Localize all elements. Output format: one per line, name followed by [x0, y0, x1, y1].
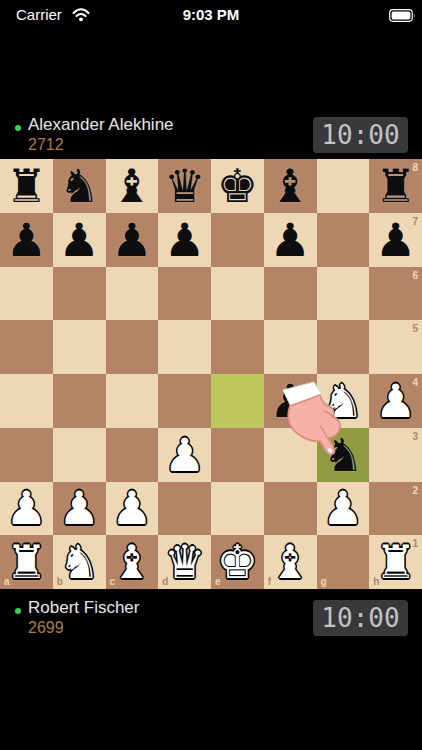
rank-label-6: 6 — [412, 270, 418, 281]
file-label-g: g — [321, 576, 327, 587]
square-a2[interactable]: ♟ — [0, 482, 53, 536]
piece-black-rook[interactable]: ♜ — [6, 163, 47, 209]
square-d2[interactable] — [158, 482, 211, 536]
piece-white-rook[interactable]: ♜ — [6, 539, 47, 585]
rank-label-8: 8 — [412, 162, 418, 173]
piece-white-rook[interactable]: ♜ — [375, 539, 416, 585]
piece-white-pawn[interactable]: ♟ — [111, 485, 152, 531]
square-d1[interactable]: ♛d — [158, 535, 211, 589]
rank-label-3: 3 — [412, 431, 418, 442]
piece-white-pawn[interactable]: ♟ — [6, 485, 47, 531]
square-f6[interactable] — [264, 267, 317, 321]
square-b7[interactable]: ♟ — [53, 213, 106, 267]
rank-label-1: 1 — [412, 538, 418, 549]
player-top-status-dot — [15, 125, 21, 131]
square-f7[interactable]: ♟ — [264, 213, 317, 267]
square-c5[interactable] — [106, 320, 159, 374]
file-label-e: e — [215, 576, 221, 587]
square-g1[interactable]: g — [317, 535, 370, 589]
piece-black-bishop[interactable]: ♝ — [270, 163, 311, 209]
piece-white-pawn[interactable]: ♟ — [322, 485, 363, 531]
square-d6[interactable] — [158, 267, 211, 321]
square-g3[interactable]: ♞ — [317, 428, 370, 482]
piece-black-rook[interactable]: ♜ — [375, 163, 416, 209]
square-h5[interactable]: 5 — [369, 320, 422, 374]
square-c2[interactable]: ♟ — [106, 482, 159, 536]
file-label-c: c — [110, 576, 116, 587]
piece-black-pawn[interactable]: ♟ — [270, 378, 311, 424]
piece-white-pawn[interactable]: ♟ — [375, 378, 416, 424]
piece-black-pawn[interactable]: ♟ — [111, 217, 152, 263]
square-e1[interactable]: ♚e — [211, 535, 264, 589]
square-e5[interactable] — [211, 320, 264, 374]
player-top-name: Alexander Alekhine — [28, 115, 174, 135]
square-f3[interactable] — [264, 428, 317, 482]
status-time: 9:03 PM — [0, 6, 422, 23]
square-h6[interactable]: 6 — [369, 267, 422, 321]
square-a5[interactable] — [0, 320, 53, 374]
square-e8[interactable]: ♚ — [211, 159, 264, 213]
piece-black-king[interactable]: ♚ — [217, 163, 258, 209]
player-bottom-rating: 2699 — [28, 619, 64, 637]
player-bottom: Robert Fischer 2699 10:00 — [0, 595, 422, 643]
piece-white-queen[interactable]: ♛ — [164, 539, 205, 585]
square-e3[interactable] — [211, 428, 264, 482]
square-f8[interactable]: ♝ — [264, 159, 317, 213]
square-g7[interactable] — [317, 213, 370, 267]
rank-label-2: 2 — [412, 485, 418, 496]
rank-label-4: 4 — [412, 377, 418, 388]
piece-black-pawn[interactable]: ♟ — [6, 217, 47, 263]
square-g5[interactable] — [317, 320, 370, 374]
square-d8[interactable]: ♛ — [158, 159, 211, 213]
square-c7[interactable]: ♟ — [106, 213, 159, 267]
status-bar: Carrier 9:03 PM — [0, 0, 422, 30]
square-e4[interactable] — [211, 374, 264, 428]
square-c4[interactable] — [106, 374, 159, 428]
square-d5[interactable] — [158, 320, 211, 374]
piece-white-pawn[interactable]: ♟ — [164, 432, 205, 478]
piece-white-pawn[interactable]: ♟ — [59, 485, 100, 531]
square-b2[interactable]: ♟ — [53, 482, 106, 536]
square-g8[interactable] — [317, 159, 370, 213]
player-bottom-name: Robert Fischer — [28, 598, 139, 618]
square-e7[interactable] — [211, 213, 264, 267]
rank-label-5: 5 — [412, 323, 418, 334]
file-label-b: b — [57, 576, 63, 587]
square-e2[interactable] — [211, 482, 264, 536]
square-b1[interactable]: ♞b — [53, 535, 106, 589]
square-c1[interactable]: ♝c — [106, 535, 159, 589]
piece-white-bishop[interactable]: ♝ — [111, 539, 152, 585]
piece-black-queen[interactable]: ♛ — [164, 163, 205, 209]
player-top-rating: 2712 — [28, 136, 64, 154]
piece-black-pawn[interactable]: ♟ — [375, 217, 416, 263]
piece-black-pawn[interactable]: ♟ — [270, 217, 311, 263]
piece-white-king[interactable]: ♚ — [217, 539, 258, 585]
battery-icon — [389, 8, 416, 26]
square-e6[interactable] — [211, 267, 264, 321]
square-g2[interactable]: ♟ — [317, 482, 370, 536]
piece-white-knight[interactable]: ♞ — [59, 539, 100, 585]
piece-white-bishop[interactable]: ♝ — [270, 539, 311, 585]
piece-black-knight[interactable]: ♞ — [59, 163, 100, 209]
square-h3[interactable]: 3 — [369, 428, 422, 482]
square-c6[interactable] — [106, 267, 159, 321]
square-f1[interactable]: ♝f — [264, 535, 317, 589]
square-b3[interactable] — [53, 428, 106, 482]
file-label-d: d — [162, 576, 168, 587]
file-label-f: f — [268, 576, 271, 587]
square-c3[interactable] — [106, 428, 159, 482]
piece-black-pawn[interactable]: ♟ — [164, 217, 205, 263]
square-f2[interactable] — [264, 482, 317, 536]
square-a7[interactable]: ♟ — [0, 213, 53, 267]
square-f5[interactable] — [264, 320, 317, 374]
square-g4[interactable]: ♞ — [317, 374, 370, 428]
square-a6[interactable] — [0, 267, 53, 321]
square-d4[interactable] — [158, 374, 211, 428]
file-label-a: a — [4, 576, 10, 587]
player-bottom-clock: 10:00 — [313, 600, 408, 636]
square-a3[interactable] — [0, 428, 53, 482]
file-label-h: h — [373, 576, 379, 587]
square-d7[interactable]: ♟ — [158, 213, 211, 267]
square-b5[interactable] — [53, 320, 106, 374]
square-h8[interactable]: ♜8 — [369, 159, 422, 213]
square-h2[interactable]: 2 — [369, 482, 422, 536]
player-top-clock: 10:00 — [313, 117, 408, 153]
piece-black-knight[interactable]: ♞ — [322, 432, 363, 478]
square-b4[interactable] — [53, 374, 106, 428]
square-g6[interactable] — [317, 267, 370, 321]
piece-black-bishop[interactable]: ♝ — [111, 163, 152, 209]
square-c8[interactable]: ♝ — [106, 159, 159, 213]
square-h7[interactable]: ♟7 — [369, 213, 422, 267]
piece-white-knight[interactable]: ♞ — [322, 378, 363, 424]
rank-label-7: 7 — [412, 216, 418, 227]
square-h4[interactable]: ♟4 — [369, 374, 422, 428]
square-d3[interactable]: ♟ — [158, 428, 211, 482]
player-top: Alexander Alekhine 2712 10:00 — [0, 112, 422, 160]
chess-board: ♜♞♝♛♚♝♜8♟♟♟♟♟♟765♟♞♟4♟♞3♟♟♟♟2♜a♞b♝c♛d♚e♝… — [0, 159, 422, 589]
square-h1[interactable]: ♜1h — [369, 535, 422, 589]
player-bottom-status-dot — [15, 608, 21, 614]
square-a4[interactable] — [0, 374, 53, 428]
square-b8[interactable]: ♞ — [53, 159, 106, 213]
square-f4[interactable]: ♟ — [264, 374, 317, 428]
square-a8[interactable]: ♜ — [0, 159, 53, 213]
square-b6[interactable] — [53, 267, 106, 321]
square-a1[interactable]: ♜a — [0, 535, 53, 589]
piece-black-pawn[interactable]: ♟ — [59, 217, 100, 263]
